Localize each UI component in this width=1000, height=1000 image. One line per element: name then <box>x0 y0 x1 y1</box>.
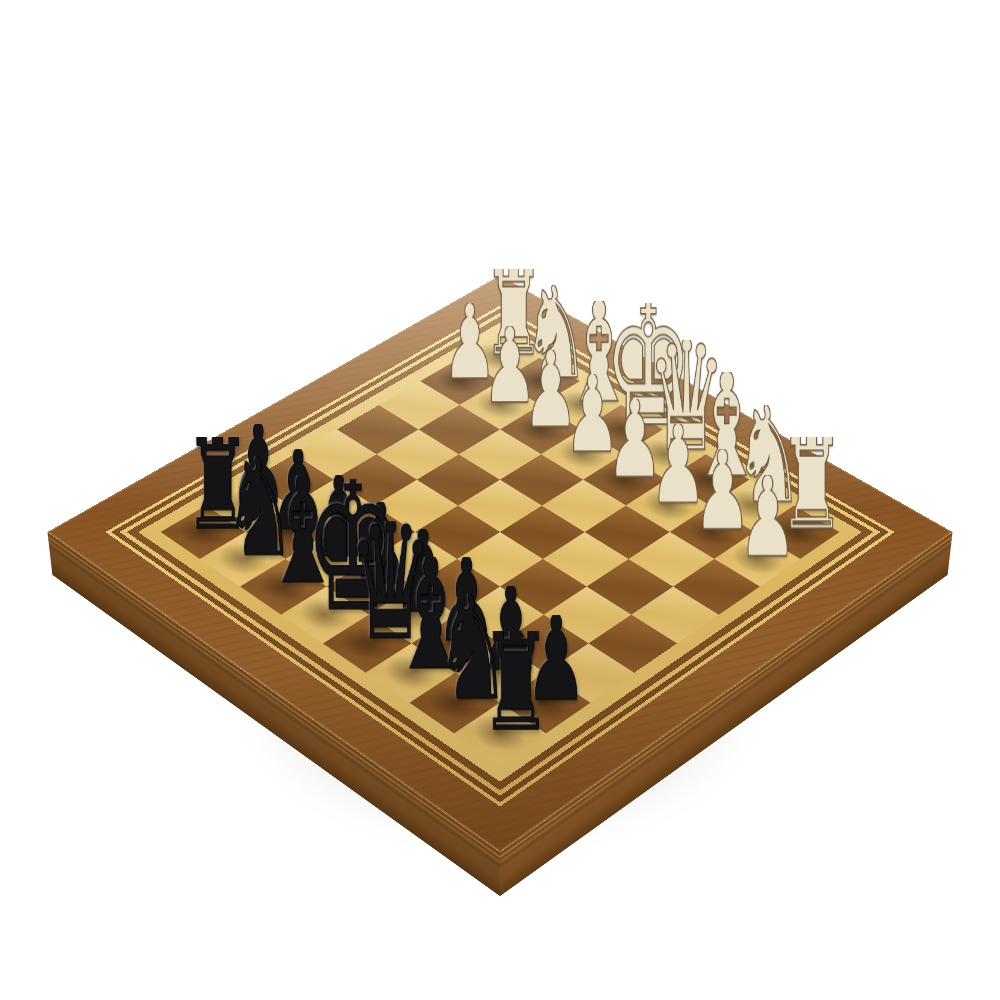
white-pawn[interactable]: ♟ <box>650 424 687 506</box>
black-king[interactable]: ♚ <box>306 478 344 614</box>
scene: Medieval-figurine chess set in the stand… <box>0 0 1000 1000</box>
white-pawn[interactable]: ♟ <box>482 326 517 405</box>
black-knight[interactable]: ♞ <box>435 594 475 702</box>
board-frame: ♜♞♝♚♛♝♞♜♟♟♟♟♟♟♟♟♟♟♟♟♟♟♟♟♜♞♝♚♛♝♞♜ <box>47 275 952 852</box>
black-rook[interactable]: ♜ <box>184 437 221 532</box>
white-pawn[interactable]: ♟ <box>564 374 600 454</box>
pinstripe-walnut-inner: ♜♞♝♚♛♝♞♜♟♟♟♟♟♟♟♟♟♟♟♟♟♟♟♟♜♞♝♚♛♝♞♜ <box>127 317 874 791</box>
white-pawn[interactable]: ♟ <box>738 475 776 559</box>
pinstripe-maple-inner: ♜♞♝♚♛♝♞♜♟♟♟♟♟♟♟♟♟♟♟♟♟♟♟♟♜♞♝♚♛♝♞♜ <box>120 313 881 796</box>
black-bishop[interactable]: ♝ <box>391 557 430 673</box>
black-knight[interactable]: ♞ <box>224 456 262 559</box>
black-queen[interactable]: ♛ <box>348 521 387 644</box>
pinstripe-maple-outer: ♜♞♝♚♛♝♞♜♟♟♟♟♟♟♟♟♟♟♟♟♟♟♟♟♜♞♝♚♛♝♞♜ <box>105 305 894 806</box>
chess-board: ♜♞♝♚♛♝♞♜♟♟♟♟♟♟♟♟♟♟♟♟♟♟♟♟♜♞♝♚♛♝♞♜ <box>47 275 952 852</box>
black-rook[interactable]: ♜ <box>480 631 520 734</box>
white-pawn[interactable]: ♟ <box>523 350 559 429</box>
square-a4[interactable] <box>631 587 719 644</box>
white-pawn[interactable]: ♟ <box>443 303 478 381</box>
black-bishop[interactable]: ♝ <box>264 475 302 587</box>
pinstripe-walnut-outer: ♜♞♝♚♛♝♞♜♟♟♟♟♟♟♟♟♟♟♟♟♟♟♟♟♜♞♝♚♛♝♞♜ <box>111 308 889 802</box>
white-pawn[interactable]: ♟ <box>694 449 731 532</box>
board-top: ♜♞♝♚♛♝♞♜♟♟♟♟♟♟♟♟♟♟♟♟♟♟♟♟♜♞♝♚♛♝♞♜ <box>47 275 952 852</box>
white-pawn[interactable]: ♟ <box>606 399 642 480</box>
